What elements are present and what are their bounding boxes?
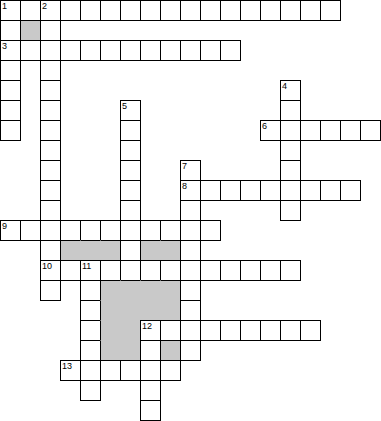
answer-cell-r0c7[interactable]	[140, 0, 161, 21]
answer-cell-r1c0[interactable]	[0, 20, 21, 41]
answer-cell-r9c6[interactable]	[120, 180, 141, 201]
shaded-cell-r12c5	[100, 240, 121, 261]
answer-cell-r14c2[interactable]	[40, 280, 61, 301]
answer-cell-r9c11[interactable]	[220, 180, 241, 201]
answer-cell-r18c7[interactable]	[140, 360, 161, 381]
answer-cell-r2c6[interactable]	[120, 40, 141, 61]
answer-cell-r17c4[interactable]	[80, 340, 101, 361]
answer-cell-r13c7[interactable]	[140, 260, 161, 281]
answer-cell-r10c9[interactable]	[180, 200, 201, 221]
answer-cell-r12c9[interactable]	[180, 240, 201, 261]
answer-cell-r2c7[interactable]	[140, 40, 161, 61]
answer-cell-r13c2[interactable]	[40, 260, 61, 281]
answer-cell-r13c3[interactable]	[60, 260, 81, 281]
answer-cell-r5c0[interactable]	[0, 100, 21, 121]
answer-cell-r11c7[interactable]	[140, 220, 161, 241]
shaded-cell-r17c8	[160, 340, 181, 361]
answer-cell-r11c9[interactable]	[180, 220, 201, 241]
answer-cell-r9c10[interactable]	[200, 180, 221, 201]
answer-cell-r6c2[interactable]	[40, 120, 61, 141]
answer-cell-r8c2[interactable]	[40, 160, 61, 181]
answer-cell-r16c9[interactable]	[180, 320, 201, 341]
answer-cell-r16c15[interactable]	[300, 320, 321, 341]
answer-cell-r0c9[interactable]	[180, 0, 201, 21]
answer-cell-r5c2[interactable]	[40, 100, 61, 121]
answer-cell-r14c4[interactable]	[80, 280, 101, 301]
answer-cell-r13c14[interactable]	[280, 260, 301, 281]
answer-cell-r16c4[interactable]	[80, 320, 101, 341]
answer-cell-r18c3[interactable]	[60, 360, 81, 381]
shaded-cell-r15c7	[140, 300, 161, 321]
answer-cell-r1c2[interactable]	[40, 20, 61, 41]
answer-cell-r5c6[interactable]	[120, 100, 141, 121]
answer-cell-r6c17[interactable]	[340, 120, 361, 141]
answer-cell-r0c0[interactable]	[0, 0, 21, 21]
answer-cell-r9c16[interactable]	[320, 180, 341, 201]
answer-cell-r4c2[interactable]	[40, 80, 61, 101]
answer-cell-r12c6[interactable]	[120, 240, 141, 261]
shaded-cell-r12c3	[60, 240, 81, 261]
shaded-cell-r14c6	[120, 280, 141, 301]
answer-cell-r11c10[interactable]	[200, 220, 221, 241]
answer-cell-r17c7[interactable]	[140, 340, 161, 361]
answer-cell-r5c14[interactable]	[280, 100, 301, 121]
shaded-cell-r1c1	[20, 20, 41, 41]
answer-cell-r2c0[interactable]	[0, 40, 21, 61]
answer-cell-r4c0[interactable]	[0, 80, 21, 101]
answer-cell-r9c14[interactable]	[280, 180, 301, 201]
answer-cell-r6c18[interactable]	[360, 120, 381, 141]
answer-cell-r11c8[interactable]	[160, 220, 181, 241]
answer-cell-r2c4[interactable]	[80, 40, 101, 61]
shaded-cell-r16c5	[100, 320, 121, 341]
answer-cell-r7c2[interactable]	[40, 140, 61, 161]
answer-cell-r6c13[interactable]	[260, 120, 281, 141]
shaded-cell-r17c6	[120, 340, 141, 361]
answer-cell-r16c13[interactable]	[260, 320, 281, 341]
answer-cell-r16c11[interactable]	[220, 320, 241, 341]
answer-cell-r0c10[interactable]	[200, 0, 221, 21]
answer-cell-r10c2[interactable]	[40, 200, 61, 221]
answer-cell-r0c2[interactable]	[40, 0, 61, 21]
shaded-cell-r16c6	[120, 320, 141, 341]
shaded-cell-r15c5	[100, 300, 121, 321]
shaded-cell-r12c4	[80, 240, 101, 261]
answer-cell-r9c17[interactable]	[340, 180, 361, 201]
answer-cell-r11c4[interactable]	[80, 220, 101, 241]
answer-cell-r13c5[interactable]	[100, 260, 121, 281]
shaded-cell-r15c6	[120, 300, 141, 321]
answer-cell-r13c8[interactable]	[160, 260, 181, 281]
answer-cell-r2c5[interactable]	[100, 40, 121, 61]
answer-cell-r6c0[interactable]	[0, 120, 21, 141]
answer-cell-r12c2[interactable]	[40, 240, 61, 261]
answer-cell-r0c1[interactable]	[20, 0, 41, 21]
answer-cell-r13c10[interactable]	[200, 260, 221, 281]
answer-cell-r9c12[interactable]	[240, 180, 261, 201]
answer-cell-r8c9[interactable]	[180, 160, 201, 181]
answer-cell-r16c12[interactable]	[240, 320, 261, 341]
answer-cell-r0c11[interactable]	[220, 0, 241, 21]
answer-cell-r19c4[interactable]	[80, 380, 101, 401]
answer-cell-r9c13[interactable]	[260, 180, 281, 201]
shaded-cell-r12c8	[160, 240, 181, 261]
answer-cell-r11c1[interactable]	[20, 220, 41, 241]
answer-cell-r11c2[interactable]	[40, 220, 61, 241]
answer-cell-r9c9[interactable]	[180, 180, 201, 201]
answer-cell-r2c2[interactable]	[40, 40, 61, 61]
answer-cell-r0c15[interactable]	[300, 0, 321, 21]
answer-cell-r2c9[interactable]	[180, 40, 201, 61]
answer-cell-r13c12[interactable]	[240, 260, 261, 281]
answer-cell-r2c3[interactable]	[60, 40, 81, 61]
answer-cell-r9c15[interactable]	[300, 180, 321, 201]
answer-cell-r16c8[interactable]	[160, 320, 181, 341]
answer-cell-r6c15[interactable]	[300, 120, 321, 141]
answer-cell-r6c14[interactable]	[280, 120, 301, 141]
answer-cell-r13c4[interactable]	[80, 260, 101, 281]
answer-cell-r2c11[interactable]	[220, 40, 241, 61]
answer-cell-r9c2[interactable]	[40, 180, 61, 201]
answer-cell-r18c6[interactable]	[120, 360, 141, 381]
answer-cell-r10c6[interactable]	[120, 200, 141, 221]
answer-cell-r18c5[interactable]	[100, 360, 121, 381]
answer-cell-r16c7[interactable]	[140, 320, 161, 341]
shaded-cell-r17c5	[100, 340, 121, 361]
answer-cell-r19c7[interactable]	[140, 380, 161, 401]
answer-cell-r13c6[interactable]	[120, 260, 141, 281]
answer-cell-r0c12[interactable]	[240, 0, 261, 21]
shaded-cell-r12c7	[140, 240, 161, 261]
answer-cell-r0c5[interactable]	[100, 0, 121, 21]
answer-cell-r7c14[interactable]	[280, 140, 301, 161]
answer-cell-r18c8[interactable]	[160, 360, 181, 381]
answer-cell-r0c8[interactable]	[160, 0, 181, 21]
answer-cell-r7c6[interactable]	[120, 140, 141, 161]
answer-cell-r2c8[interactable]	[160, 40, 181, 61]
answer-cell-r16c14[interactable]	[280, 320, 301, 341]
crossword-board: 12345678910111213	[0, 0, 381, 421]
answer-cell-r15c4[interactable]	[80, 300, 101, 321]
answer-cell-r0c3[interactable]	[60, 0, 81, 21]
answer-cell-r0c13[interactable]	[260, 0, 281, 21]
answer-cell-r3c2[interactable]	[40, 60, 61, 81]
answer-cell-r3c0[interactable]	[0, 60, 21, 81]
answer-cell-r13c11[interactable]	[220, 260, 241, 281]
answer-cell-r8c14[interactable]	[280, 160, 301, 181]
answer-cell-r16c10[interactable]	[200, 320, 221, 341]
answer-cell-r10c14[interactable]	[280, 200, 301, 221]
answer-cell-r11c5[interactable]	[100, 220, 121, 241]
answer-cell-r0c16[interactable]	[320, 0, 341, 21]
answer-cell-r4c14[interactable]	[280, 80, 301, 101]
answer-cell-r11c0[interactable]	[0, 220, 21, 241]
answer-cell-r20c7[interactable]	[140, 400, 161, 421]
answer-cell-r13c13[interactable]	[260, 260, 281, 281]
answer-cell-r11c3[interactable]	[60, 220, 81, 241]
answer-cell-r0c4[interactable]	[80, 0, 101, 21]
shaded-cell-r14c5	[100, 280, 121, 301]
answer-cell-r18c4[interactable]	[80, 360, 101, 381]
answer-cell-r0c6[interactable]	[120, 0, 141, 21]
answer-cell-r14c9[interactable]	[180, 280, 201, 301]
answer-cell-r15c9[interactable]	[180, 300, 201, 321]
answer-cell-r11c6[interactable]	[120, 220, 141, 241]
answer-cell-r17c9[interactable]	[180, 340, 201, 361]
answer-cell-r13c9[interactable]	[180, 260, 201, 281]
answer-cell-r6c6[interactable]	[120, 120, 141, 141]
answer-cell-r0c14[interactable]	[280, 0, 301, 21]
answer-cell-r2c10[interactable]	[200, 40, 221, 61]
shaded-cell-r14c8	[160, 280, 181, 301]
shaded-cell-r15c8	[160, 300, 181, 321]
answer-cell-r2c1[interactable]	[20, 40, 41, 61]
answer-cell-r8c6[interactable]	[120, 160, 141, 181]
shaded-cell-r14c7	[140, 280, 161, 301]
answer-cell-r6c16[interactable]	[320, 120, 341, 141]
